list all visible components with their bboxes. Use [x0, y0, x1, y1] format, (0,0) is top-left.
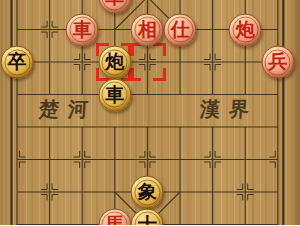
river-label-han-jie: 漢界 [199, 95, 259, 122]
piece-character: 車 [73, 14, 92, 45]
piece-black-elephant[interactable]: 象 [131, 176, 164, 209]
xiangqi-board: 楚河 漢界 車車相仕炮卒炮兵車象馬士 [0, 0, 300, 225]
piece-red-advisor[interactable]: 仕 [164, 13, 197, 46]
piece-red-chariot[interactable]: 車 [66, 13, 99, 46]
last-move-marker [128, 43, 166, 81]
piece-black-chariot[interactable]: 車 [98, 78, 131, 111]
piece-character: 車 [105, 0, 124, 12]
piece-character: 相 [138, 14, 157, 45]
river-label-chu-he: 楚河 [38, 95, 98, 122]
piece-red-cannon[interactable]: 炮 [229, 13, 262, 46]
piece-character: 象 [138, 176, 157, 207]
piece-character: 炮 [236, 14, 255, 45]
piece-red-soldier[interactable]: 兵 [261, 46, 294, 79]
piece-black-cannon[interactable]: 炮 [98, 46, 131, 79]
piece-black-soldier[interactable]: 卒 [1, 46, 34, 79]
piece-character: 士 [138, 209, 157, 226]
piece-character: 卒 [8, 46, 27, 77]
piece-character: 炮 [105, 46, 124, 77]
piece-character: 仕 [171, 14, 190, 45]
piece-character: 車 [105, 79, 124, 110]
piece-red-elephant[interactable]: 相 [131, 13, 164, 46]
piece-character: 兵 [268, 46, 287, 77]
piece-character: 馬 [105, 209, 124, 226]
